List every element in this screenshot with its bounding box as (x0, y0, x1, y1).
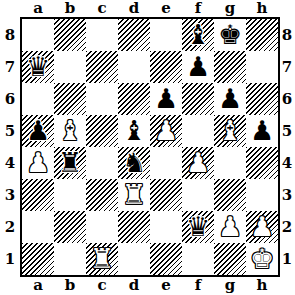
black-bishop-piece: ♝ (118, 115, 150, 147)
square-c4[interactable] (86, 147, 118, 179)
square-c2[interactable] (86, 211, 118, 243)
square-c1[interactable]: ♜ (86, 243, 118, 275)
square-a7[interactable]: ♛ (22, 51, 54, 83)
square-b6[interactable] (54, 83, 86, 115)
square-b5[interactable]: ♝ (54, 115, 86, 147)
rank-label-right-5: 5 (278, 115, 295, 147)
file-label-top-g: g (214, 0, 246, 17)
white-pawn-piece: ♟ (182, 147, 214, 179)
square-h8[interactable] (246, 19, 278, 51)
square-f4[interactable]: ♟ (182, 147, 214, 179)
rank-label-right-8: 8 (278, 19, 295, 51)
square-a3[interactable] (22, 179, 54, 211)
square-g5[interactable]: ♝ (214, 115, 246, 147)
square-f5[interactable] (182, 115, 214, 147)
square-e5[interactable]: ♟ (150, 115, 182, 147)
rank-label-left-4: 4 (1, 147, 19, 179)
square-g2[interactable]: ♟ (214, 211, 246, 243)
white-rook-piece: ♜ (86, 243, 118, 275)
white-rook-piece: ♜ (118, 179, 150, 211)
square-b2[interactable] (54, 211, 86, 243)
white-pawn-piece: ♟ (22, 147, 54, 179)
rank-label-left-3: 3 (1, 179, 19, 211)
square-g4[interactable] (214, 147, 246, 179)
file-label-top-d: d (118, 0, 150, 17)
square-b1[interactable] (54, 243, 86, 275)
file-label-bottom-b: b (54, 277, 86, 294)
white-pawn-piece: ♟ (150, 115, 182, 147)
file-label-bottom-c: c (86, 277, 118, 294)
rank-label-right-7: 7 (278, 51, 295, 83)
square-f8[interactable]: ♝ (182, 19, 214, 51)
square-a2[interactable] (22, 211, 54, 243)
square-d3[interactable]: ♜ (118, 179, 150, 211)
black-pawn-piece: ♟ (182, 51, 214, 83)
chess-board: ♝♚♛♟♟♟♟♝♝♟♝♟♟♜♞♟♜♛♟♟♜♚ (20, 17, 280, 277)
white-king-piece: ♚ (246, 243, 278, 275)
square-f6[interactable] (182, 83, 214, 115)
white-bishop-piece: ♝ (214, 115, 246, 147)
square-f7[interactable]: ♟ (182, 51, 214, 83)
file-label-top-b: b (54, 0, 86, 17)
square-f2[interactable]: ♛ (182, 211, 214, 243)
black-pawn-piece: ♟ (214, 83, 246, 115)
black-knight-piece: ♞ (118, 147, 150, 179)
square-h3[interactable] (246, 179, 278, 211)
square-d8[interactable] (118, 19, 150, 51)
square-h5[interactable]: ♟ (246, 115, 278, 147)
square-e7[interactable] (150, 51, 182, 83)
square-c3[interactable] (86, 179, 118, 211)
square-h2[interactable]: ♟ (246, 211, 278, 243)
rank-label-left-8: 8 (1, 19, 19, 51)
square-h1[interactable]: ♚ (246, 243, 278, 275)
square-d2[interactable] (118, 211, 150, 243)
square-d7[interactable] (118, 51, 150, 83)
file-label-top-c: c (86, 0, 118, 17)
square-g7[interactable] (214, 51, 246, 83)
file-label-top-e: e (150, 0, 182, 17)
file-label-bottom-d: d (118, 277, 150, 294)
square-c7[interactable] (86, 51, 118, 83)
square-g1[interactable] (214, 243, 246, 275)
rank-label-right-6: 6 (278, 83, 295, 115)
square-c5[interactable] (86, 115, 118, 147)
black-pawn-piece: ♟ (246, 115, 278, 147)
square-a6[interactable] (22, 83, 54, 115)
rank-label-left-6: 6 (1, 83, 19, 115)
square-g8[interactable]: ♚ (214, 19, 246, 51)
square-f3[interactable] (182, 179, 214, 211)
square-d6[interactable] (118, 83, 150, 115)
square-a5[interactable]: ♟ (22, 115, 54, 147)
square-b4[interactable]: ♜ (54, 147, 86, 179)
square-e6[interactable]: ♟ (150, 83, 182, 115)
square-c8[interactable] (86, 19, 118, 51)
black-queen-piece: ♛ (22, 51, 54, 83)
square-g3[interactable] (214, 179, 246, 211)
square-e2[interactable] (150, 211, 182, 243)
rank-label-right-2: 2 (278, 211, 295, 243)
square-b7[interactable] (54, 51, 86, 83)
black-bishop-piece: ♝ (182, 19, 214, 51)
square-h7[interactable] (246, 51, 278, 83)
square-a8[interactable] (22, 19, 54, 51)
black-queen-piece: ♛ (182, 211, 214, 243)
black-rook-piece: ♜ (54, 147, 86, 179)
file-label-bottom-g: g (214, 277, 246, 294)
rank-label-right-4: 4 (278, 147, 295, 179)
file-label-bottom-e: e (150, 277, 182, 294)
square-d5[interactable]: ♝ (118, 115, 150, 147)
square-e3[interactable] (150, 179, 182, 211)
rank-label-left-2: 2 (1, 211, 19, 243)
square-e8[interactable] (150, 19, 182, 51)
white-pawn-piece: ♟ (246, 211, 278, 243)
square-d1[interactable] (118, 243, 150, 275)
white-bishop-piece: ♝ (54, 115, 86, 147)
file-label-top-a: a (22, 0, 54, 17)
file-label-top-h: h (246, 0, 278, 17)
file-label-bottom-a: a (22, 277, 54, 294)
chess-diagram: ♝♚♛♟♟♟♟♝♝♟♝♟♟♜♞♟♜♛♟♟♜♚ aabbccddeeffgghh8… (0, 0, 295, 295)
black-king-piece: ♚ (214, 19, 246, 51)
rank-label-right-3: 3 (278, 179, 295, 211)
rank-label-left-5: 5 (1, 115, 19, 147)
black-pawn-piece: ♟ (22, 115, 54, 147)
black-pawn-piece: ♟ (150, 83, 182, 115)
square-d4[interactable]: ♞ (118, 147, 150, 179)
square-e1[interactable] (150, 243, 182, 275)
file-label-bottom-f: f (182, 277, 214, 294)
square-e4[interactable] (150, 147, 182, 179)
rank-label-right-1: 1 (278, 243, 295, 275)
rank-label-left-7: 7 (1, 51, 19, 83)
square-f1[interactable] (182, 243, 214, 275)
square-g6[interactable]: ♟ (214, 83, 246, 115)
square-a4[interactable]: ♟ (22, 147, 54, 179)
file-label-top-f: f (182, 0, 214, 17)
square-h4[interactable] (246, 147, 278, 179)
square-b8[interactable] (54, 19, 86, 51)
white-pawn-piece: ♟ (214, 211, 246, 243)
rank-label-left-1: 1 (1, 243, 19, 275)
square-c6[interactable] (86, 83, 118, 115)
square-b3[interactable] (54, 179, 86, 211)
file-label-bottom-h: h (246, 277, 278, 294)
square-a1[interactable] (22, 243, 54, 275)
square-h6[interactable] (246, 83, 278, 115)
